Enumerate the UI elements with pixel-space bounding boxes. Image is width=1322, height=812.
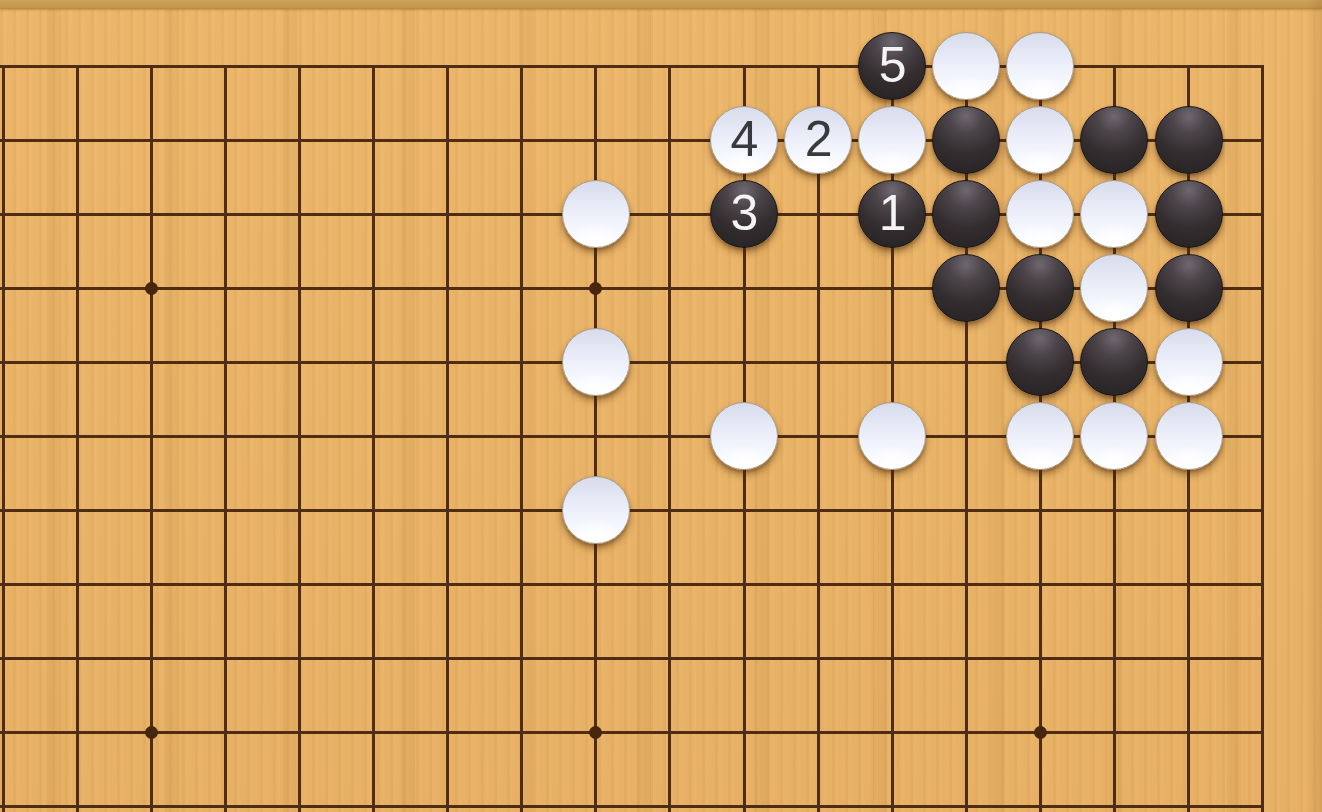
stone-black (1080, 328, 1148, 396)
stone-black (932, 106, 1000, 174)
board-right-edge-shade (1306, 0, 1322, 812)
stone-black (932, 180, 1000, 248)
stone-white (562, 476, 630, 544)
move-number-label: 2 (805, 114, 832, 164)
stone-black (1006, 254, 1074, 322)
stone-white (1080, 402, 1148, 470)
stone-white (562, 180, 630, 248)
move-number-label: 3 (731, 188, 758, 238)
stone-white (858, 402, 926, 470)
stone-white (562, 328, 630, 396)
stone-black-move-3: 3 (710, 180, 778, 248)
stone-white (1006, 106, 1074, 174)
stone-black-move-5: 5 (858, 32, 926, 100)
stone-white (1155, 402, 1223, 470)
stone-black (1006, 328, 1074, 396)
stone-white (1080, 180, 1148, 248)
move-number-label: 4 (731, 114, 758, 164)
stone-white-move-2: 2 (784, 106, 852, 174)
stones-layer: 54231 (0, 29, 1300, 812)
stone-black (1155, 180, 1223, 248)
stone-white (710, 402, 778, 470)
stone-black (1080, 106, 1148, 174)
move-number-label: 5 (879, 40, 906, 90)
stone-black (932, 254, 1000, 322)
stone-white (1006, 32, 1074, 100)
stone-black (1155, 254, 1223, 322)
move-number-label: 1 (879, 188, 906, 238)
stone-white (932, 32, 1000, 100)
stone-white-move-4: 4 (710, 106, 778, 174)
stone-white (1006, 180, 1074, 248)
stone-white (1006, 402, 1074, 470)
stone-white (1155, 328, 1223, 396)
stone-black (1155, 106, 1223, 174)
stone-black-move-1: 1 (858, 180, 926, 248)
stone-white (1080, 254, 1148, 322)
go-board[interactable]: 54231 (0, 0, 1322, 812)
stone-white (858, 106, 926, 174)
